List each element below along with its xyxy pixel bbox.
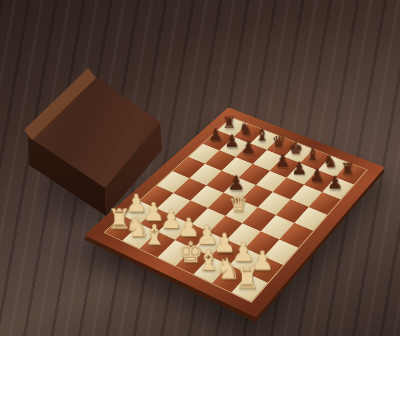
black-pawn-piece[interactable]: ♟ xyxy=(238,139,258,156)
square-h1[interactable]: ♜ xyxy=(232,274,268,302)
product-photo-scene: ♜♞♝♛♚♝♞♜♟♟♟♟♟♟♟♟♛♟♟♟♟♟♟♟♟♜♞♝♚♝♞♜ xyxy=(0,0,400,400)
white-rook-piece[interactable]: ♜ xyxy=(234,263,257,292)
black-pawn-piece[interactable]: ♟ xyxy=(225,173,246,193)
white-queen-piece[interactable]: ♛ xyxy=(227,194,248,215)
bottom-white-strip xyxy=(0,336,400,400)
square-h6[interactable] xyxy=(309,192,341,215)
black-pawn-piece[interactable]: ♟ xyxy=(325,174,346,192)
white-bishop-piece[interactable]: ♝ xyxy=(142,221,164,248)
